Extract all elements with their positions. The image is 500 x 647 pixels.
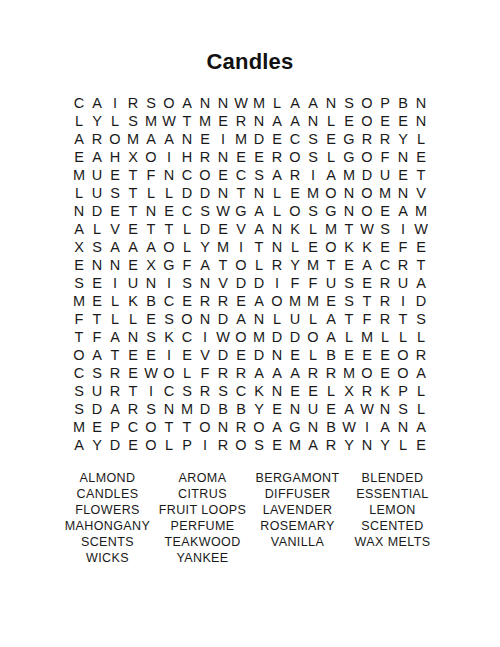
grid-cell: R (214, 292, 232, 310)
grid-cell: N (268, 382, 286, 400)
grid-cell: U (394, 274, 412, 292)
grid-cell: D (196, 184, 214, 202)
grid-cell: T (106, 346, 124, 364)
grid-cell: R (376, 292, 394, 310)
grid-cell: L (106, 112, 124, 130)
grid-cell: N (106, 256, 124, 274)
grid-cell: L (304, 346, 322, 364)
word-list-item: SCENTS (60, 534, 155, 550)
grid-cell: A (322, 166, 340, 184)
grid-cell: T (214, 256, 232, 274)
grid-cell: O (358, 184, 376, 202)
grid-cell: N (322, 94, 340, 112)
grid-cell: E (124, 256, 142, 274)
grid-cell: W (340, 418, 358, 436)
grid-cell: I (196, 436, 214, 454)
grid-cell: A (286, 364, 304, 382)
grid-cell: M (70, 292, 88, 310)
word-list-item: ROSEMARY (250, 518, 345, 534)
grid-cell: T (412, 166, 430, 184)
grid-cell: S (214, 382, 232, 400)
grid-cell: E (340, 256, 358, 274)
grid-cell: E (340, 346, 358, 364)
grid-cell: L (412, 400, 430, 418)
grid-cell: R (214, 436, 232, 454)
grid-cell: E (142, 346, 160, 364)
grid-cell: L (394, 436, 412, 454)
grid-cell: M (340, 364, 358, 382)
grid-cell: V (232, 220, 250, 238)
grid-cell: L (106, 310, 124, 328)
grid-cell: E (322, 292, 340, 310)
grid-cell: D (88, 400, 106, 418)
grid-cell: T (394, 310, 412, 328)
grid-cell: A (232, 310, 250, 328)
grid-cell: M (70, 418, 88, 436)
grid-cell: T (70, 328, 88, 346)
grid-cell: E (268, 436, 286, 454)
grid-cell: E (286, 184, 304, 202)
grid-cell: S (106, 184, 124, 202)
grid-cell: L (412, 130, 430, 148)
grid-cell: O (196, 166, 214, 184)
grid-cell: B (232, 400, 250, 418)
grid-cell: A (250, 292, 268, 310)
grid-cell: H (106, 148, 124, 166)
grid-cell: E (160, 202, 178, 220)
grid-cell: X (142, 256, 160, 274)
grid-cell: L (304, 310, 322, 328)
grid-cell: U (124, 274, 142, 292)
grid-cell: U (304, 400, 322, 418)
grid-cell: E (178, 346, 196, 364)
grid-cell: E (232, 346, 250, 364)
grid-cell: F (196, 364, 214, 382)
grid-cell: K (376, 382, 394, 400)
grid-cell: N (358, 436, 376, 454)
grid-cell: E (268, 130, 286, 148)
grid-cell: E (412, 238, 430, 256)
grid-cell: S (412, 310, 430, 328)
grid-cell: M (304, 256, 322, 274)
grid-cell: O (160, 238, 178, 256)
grid-cell: C (160, 382, 178, 400)
grid-cell: N (412, 112, 430, 130)
grid-cell: E (250, 148, 268, 166)
grid-cell: E (106, 202, 124, 220)
grid-cell: E (88, 292, 106, 310)
grid-cell: W (358, 400, 376, 418)
grid-cell: I (106, 274, 124, 292)
grid-cell: T (160, 418, 178, 436)
grid-cell: A (70, 220, 88, 238)
grid-cell: N (178, 130, 196, 148)
grid-cell: L (412, 328, 430, 346)
grid-cell: X (70, 238, 88, 256)
grid-cell: E (214, 166, 232, 184)
grid-cell: O (70, 346, 88, 364)
grid-cell: M (196, 112, 214, 130)
grid-cell: A (88, 94, 106, 112)
letter-grid: CAIRSOANNWMLAANSOPBNLYLSMWTMERNAANLEOEEN… (70, 94, 430, 454)
grid-cell: M (142, 112, 160, 130)
grid-cell: A (358, 256, 376, 274)
grid-cell: R (376, 310, 394, 328)
grid-cell: N (394, 184, 412, 202)
grid-cell: A (412, 418, 430, 436)
grid-cell: I (160, 346, 178, 364)
grid-cell: U (286, 310, 304, 328)
grid-cell: S (178, 382, 196, 400)
grid-cell: L (268, 310, 286, 328)
grid-cell: E (358, 346, 376, 364)
grid-cell: I (394, 292, 412, 310)
grid-cell: T (412, 256, 430, 274)
grid-cell: E (124, 346, 142, 364)
grid-cell: D (286, 328, 304, 346)
word-list-item: PERFUME (155, 518, 250, 534)
grid-cell: M (322, 220, 340, 238)
grid-cell: E (124, 220, 142, 238)
grid-cell: A (304, 436, 322, 454)
grid-cell: K (340, 238, 358, 256)
grid-cell: R (232, 364, 250, 382)
grid-cell: N (304, 112, 322, 130)
grid-cell: T (178, 112, 196, 130)
word-list-item: BERGAMONT (250, 470, 345, 486)
grid-cell: V (196, 346, 214, 364)
grid-cell: E (70, 256, 88, 274)
grid-cell: T (88, 310, 106, 328)
grid-cell: A (88, 148, 106, 166)
grid-cell: C (286, 130, 304, 148)
word-list-item: WAX MELTS (345, 534, 440, 550)
grid-cell: N (394, 148, 412, 166)
grid-cell: G (322, 202, 340, 220)
grid-cell: K (358, 238, 376, 256)
grid-cell: S (70, 382, 88, 400)
grid-cell: Y (196, 238, 214, 256)
grid-cell: S (88, 238, 106, 256)
grid-cell: K (250, 382, 268, 400)
grid-cell: R (394, 256, 412, 274)
grid-cell: O (178, 310, 196, 328)
grid-cell: L (340, 328, 358, 346)
grid-cell: S (304, 202, 322, 220)
grid-cell: Y (250, 400, 268, 418)
grid-cell: E (340, 112, 358, 130)
grid-cell: S (304, 130, 322, 148)
grid-cell: O (232, 436, 250, 454)
grid-cell: L (88, 220, 106, 238)
grid-cell: A (70, 130, 88, 148)
grid-cell: L (268, 94, 286, 112)
grid-cell: E (286, 346, 304, 364)
grid-cell: T (358, 292, 376, 310)
grid-cell: A (322, 328, 340, 346)
grid-cell: S (142, 400, 160, 418)
grid-cell: L (322, 382, 340, 400)
grid-cell: M (376, 184, 394, 202)
grid-cell: N (340, 184, 358, 202)
grid-cell: S (394, 400, 412, 418)
grid-cell: D (196, 220, 214, 238)
grid-cell: O (286, 202, 304, 220)
grid-cell: O (358, 148, 376, 166)
grid-cell: S (178, 274, 196, 292)
grid-cell: D (196, 400, 214, 418)
grid-cell: N (196, 310, 214, 328)
grid-cell: M (70, 166, 88, 184)
grid-cell: X (340, 382, 358, 400)
grid-cell: A (106, 238, 124, 256)
grid-cell: N (268, 238, 286, 256)
grid-cell: E (214, 220, 232, 238)
grid-cell: M (304, 184, 322, 202)
word-list-item: VANILLA (250, 534, 345, 550)
grid-cell: A (412, 274, 430, 292)
grid-cell: O (358, 202, 376, 220)
grid-cell: L (322, 112, 340, 130)
grid-cell: S (340, 292, 358, 310)
grid-cell: R (88, 130, 106, 148)
grid-cell: U (376, 166, 394, 184)
grid-cell: E (70, 148, 88, 166)
grid-cell: W (358, 220, 376, 238)
grid-cell: O (232, 256, 250, 274)
grid-cell: T (124, 184, 142, 202)
grid-cell: C (178, 328, 196, 346)
grid-cell: N (376, 400, 394, 418)
grid-cell: F (376, 148, 394, 166)
grid-cell: R (232, 112, 250, 130)
grid-cell: E (142, 310, 160, 328)
grid-cell: N (214, 418, 232, 436)
grid-cell: M (232, 130, 250, 148)
grid-cell: O (160, 94, 178, 112)
grid-cell: R (412, 346, 430, 364)
grid-cell: K (160, 328, 178, 346)
grid-cell: N (124, 328, 142, 346)
grid-cell: M (124, 130, 142, 148)
word-list: ALMONDAROMABERGAMONTBLENDEDCANDLESCITRUS… (60, 470, 440, 566)
grid-cell: E (376, 202, 394, 220)
grid-cell: D (250, 346, 268, 364)
grid-cell: Y (394, 130, 412, 148)
grid-cell: A (142, 238, 160, 256)
grid-cell: C (232, 166, 250, 184)
grid-cell: R (106, 364, 124, 382)
grid-cell: E (88, 418, 106, 436)
grid-cell: D (232, 274, 250, 292)
grid-cell: N (214, 148, 232, 166)
grid-cell: R (322, 436, 340, 454)
grid-cell: R (358, 130, 376, 148)
word-list-item: LEMON (345, 502, 440, 518)
grid-cell: L (322, 148, 340, 166)
grid-cell: D (250, 130, 268, 148)
grid-cell: O (142, 436, 160, 454)
grid-cell: S (124, 112, 142, 130)
grid-cell: I (232, 238, 250, 256)
grid-cell: N (142, 202, 160, 220)
grid-cell: I (160, 148, 178, 166)
grid-cell: T (124, 382, 142, 400)
grid-cell: E (196, 130, 214, 148)
grid-cell: N (268, 220, 286, 238)
grid-cell: S (88, 364, 106, 382)
grid-cell: E (394, 166, 412, 184)
grid-cell: E (178, 292, 196, 310)
grid-cell: A (178, 94, 196, 112)
grid-cell: L (160, 184, 178, 202)
grid-cell: D (178, 184, 196, 202)
word-list-item: MAHONGANY (60, 518, 155, 534)
grid-cell: R (376, 274, 394, 292)
grid-cell: T (232, 184, 250, 202)
grid-cell: E (232, 148, 250, 166)
grid-cell: D (88, 202, 106, 220)
grid-cell: M (286, 436, 304, 454)
grid-cell: S (250, 166, 268, 184)
grid-cell: K (124, 292, 142, 310)
grid-cell: T (250, 238, 268, 256)
grid-cell: N (412, 94, 430, 112)
grid-cell: A (340, 400, 358, 418)
grid-cell: I (268, 274, 286, 292)
grid-cell: O (322, 238, 340, 256)
grid-cell: S (142, 328, 160, 346)
grid-cell: A (196, 256, 214, 274)
grid-cell: M (358, 328, 376, 346)
grid-cell: R (232, 418, 250, 436)
grid-cell: E (322, 130, 340, 148)
grid-cell: L (178, 220, 196, 238)
grid-cell: T (340, 310, 358, 328)
grid-cell: A (124, 238, 142, 256)
word-list-item: AROMA (155, 470, 250, 486)
grid-cell: P (394, 382, 412, 400)
grid-cell: R (268, 148, 286, 166)
grid-cell: P (178, 436, 196, 454)
grid-cell: C (178, 166, 196, 184)
grid-cell: O (304, 328, 322, 346)
grid-cell: E (376, 112, 394, 130)
grid-cell: R (304, 364, 322, 382)
word-list-item: TEAKWOOD (155, 534, 250, 550)
grid-cell: E (394, 112, 412, 130)
grid-cell: E (106, 166, 124, 184)
grid-cell: E (268, 400, 286, 418)
grid-cell: A (412, 364, 430, 382)
grid-cell: Y (340, 436, 358, 454)
grid-cell: A (70, 436, 88, 454)
word-list-item: WICKS (60, 550, 155, 566)
grid-cell: W (160, 112, 178, 130)
grid-cell: F (286, 274, 304, 292)
grid-cell: O (394, 346, 412, 364)
grid-cell: G (340, 130, 358, 148)
grid-cell: I (358, 418, 376, 436)
grid-cell: N (268, 346, 286, 364)
grid-cell: O (106, 130, 124, 148)
grid-cell: K (286, 220, 304, 238)
grid-cell: N (214, 94, 232, 112)
grid-cell: F (88, 328, 106, 346)
puzzle-title: Candles (0, 50, 500, 74)
grid-cell: X (124, 148, 142, 166)
grid-cell: R (196, 382, 214, 400)
grid-cell: N (196, 94, 214, 112)
grid-cell: L (178, 238, 196, 256)
word-list-item: LAVENDER (250, 502, 345, 518)
grid-cell: Y (88, 436, 106, 454)
grid-cell: L (250, 256, 268, 274)
grid-cell: R (124, 94, 142, 112)
grid-cell: E (412, 148, 430, 166)
grid-cell: O (142, 418, 160, 436)
grid-cell: E (376, 238, 394, 256)
grid-cell: D (106, 436, 124, 454)
grid-cell: T (142, 220, 160, 238)
grid-cell: A (250, 364, 268, 382)
grid-cell: L (268, 202, 286, 220)
word-list-item: ALMOND (60, 470, 155, 486)
grid-cell: O (394, 364, 412, 382)
grid-cell: L (286, 238, 304, 256)
grid-cell: A (376, 418, 394, 436)
grid-cell: R (196, 292, 214, 310)
grid-cell: R (286, 166, 304, 184)
word-list-item: ESSENTIAL (345, 486, 440, 502)
grid-cell: O (250, 418, 268, 436)
grid-cell: V (214, 274, 232, 292)
grid-cell: C (70, 94, 88, 112)
grid-cell: O (286, 148, 304, 166)
grid-cell: A (286, 94, 304, 112)
grid-cell: D (268, 328, 286, 346)
grid-cell: U (88, 184, 106, 202)
grid-cell: D (214, 310, 232, 328)
word-list-item: FRUIT LOOPS (155, 502, 250, 518)
grid-cell: U (88, 166, 106, 184)
grid-cell: N (394, 418, 412, 436)
grid-cell: A (160, 130, 178, 148)
grid-cell: N (160, 166, 178, 184)
grid-cell: M (286, 292, 304, 310)
grid-cell: A (88, 346, 106, 364)
grid-cell: A (268, 418, 286, 436)
word-search-page: Candles CAIRSOANNWMLAANSOPBNLYLSMWTMERNA… (0, 0, 500, 647)
grid-cell: O (232, 328, 250, 346)
grid-cell: N (250, 184, 268, 202)
grid-cell: C (70, 364, 88, 382)
grid-cell: L (268, 184, 286, 202)
grid-cell: E (124, 436, 142, 454)
grid-cell: E (376, 346, 394, 364)
grid-cell: O (358, 94, 376, 112)
grid-cell: A (250, 202, 268, 220)
grid-cell: O (322, 184, 340, 202)
grid-cell: S (70, 274, 88, 292)
grid-cell: T (340, 220, 358, 238)
grid-cell: L (412, 382, 430, 400)
grid-cell: S (250, 436, 268, 454)
grid-cell: T (322, 256, 340, 274)
grid-cell: L (376, 328, 394, 346)
grid-cell: A (106, 328, 124, 346)
grid-cell: N (250, 310, 268, 328)
